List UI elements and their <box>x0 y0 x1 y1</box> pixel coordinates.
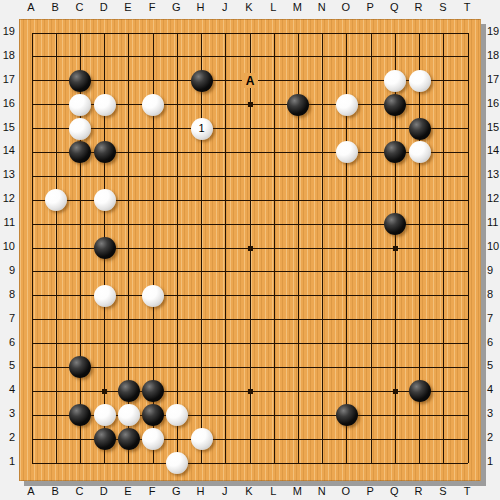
white-stone-R17 <box>409 70 431 92</box>
white-stone-D8 <box>94 285 116 307</box>
coord-label-bottom-H: H <box>191 485 211 498</box>
coord-label-bottom-N: N <box>312 485 332 498</box>
black-stone-O3 <box>336 404 358 426</box>
black-stone-E4 <box>118 380 140 402</box>
coord-label-bottom-K: K <box>239 485 259 498</box>
white-stone-O14 <box>336 141 358 163</box>
black-stone-R4 <box>409 380 431 402</box>
white-stone-D3 <box>94 404 116 426</box>
coord-label-right-12: 12 <box>485 192 500 205</box>
coord-label-right-10: 10 <box>485 240 500 253</box>
star-point <box>248 246 253 251</box>
coord-label-top-D: D <box>94 1 114 14</box>
black-stone-R15 <box>409 118 431 140</box>
coord-label-left-17: 17 <box>0 73 15 86</box>
white-stone-C16 <box>69 94 91 116</box>
coord-label-right-17: 17 <box>485 73 500 86</box>
coord-label-top-R: R <box>409 1 429 14</box>
grid-line <box>371 33 372 463</box>
white-stone-D16 <box>94 94 116 116</box>
coord-label-right-2: 2 <box>485 431 500 444</box>
coord-label-top-Q: Q <box>384 1 404 14</box>
coord-label-right-4: 4 <box>485 383 500 396</box>
coord-label-top-H: H <box>191 1 211 14</box>
coord-label-left-14: 14 <box>0 144 15 157</box>
coord-label-left-10: 10 <box>0 240 15 253</box>
grid-line <box>274 33 275 463</box>
coord-label-top-E: E <box>118 1 138 14</box>
coord-label-bottom-B: B <box>45 485 65 498</box>
coord-label-right-14: 14 <box>485 144 500 157</box>
black-stone-F3 <box>142 404 164 426</box>
coord-label-bottom-G: G <box>166 485 186 498</box>
coord-label-top-A: A <box>21 1 41 14</box>
coord-label-right-9: 9 <box>485 264 500 277</box>
grid-line <box>443 33 444 463</box>
coord-label-top-M: M <box>287 1 307 14</box>
coord-label-left-12: 12 <box>0 192 15 205</box>
coord-label-right-7: 7 <box>485 312 500 325</box>
coord-label-top-L: L <box>263 1 283 14</box>
go-diagram: 1A AABBCCDDEEFFGGHHJJKKLLMMNNOOPPQQRRSST… <box>0 0 500 500</box>
coord-label-top-P: P <box>360 1 380 14</box>
coord-label-left-11: 11 <box>0 216 15 229</box>
black-stone-Q11 <box>384 213 406 235</box>
coord-label-bottom-O: O <box>336 485 356 498</box>
coord-label-bottom-R: R <box>409 485 429 498</box>
white-stone-E3 <box>118 404 140 426</box>
coord-label-left-19: 19 <box>0 25 15 38</box>
coord-label-right-13: 13 <box>485 168 500 181</box>
coord-label-bottom-L: L <box>263 485 283 498</box>
coord-label-left-2: 2 <box>0 431 15 444</box>
coord-label-bottom-T: T <box>457 485 477 498</box>
coord-label-left-5: 5 <box>0 359 15 372</box>
white-stone-Q17 <box>384 70 406 92</box>
white-stone-H2 <box>191 428 213 450</box>
coord-label-left-7: 7 <box>0 312 15 325</box>
coord-label-left-18: 18 <box>0 49 15 62</box>
coord-label-top-C: C <box>69 1 89 14</box>
coord-label-top-B: B <box>45 1 65 14</box>
white-stone-H15: 1 <box>191 118 213 140</box>
coord-label-bottom-P: P <box>360 485 380 498</box>
white-stone-R14 <box>409 141 431 163</box>
black-stone-E2 <box>118 428 140 450</box>
grid-line <box>468 33 469 463</box>
coord-label-bottom-M: M <box>287 485 307 498</box>
coord-label-right-16: 16 <box>485 97 500 110</box>
black-stone-M16 <box>287 94 309 116</box>
white-stone-B12 <box>45 189 67 211</box>
coord-label-right-11: 11 <box>485 216 500 229</box>
coord-label-left-8: 8 <box>0 288 15 301</box>
black-stone-D10 <box>94 237 116 259</box>
coord-label-left-1: 1 <box>0 455 15 468</box>
star-point <box>248 389 253 394</box>
star-point <box>393 246 398 251</box>
white-stone-D12 <box>94 189 116 211</box>
coord-label-top-S: S <box>433 1 453 14</box>
black-stone-F4 <box>142 380 164 402</box>
black-stone-Q14 <box>384 141 406 163</box>
white-stone-F16 <box>142 94 164 116</box>
go-board[interactable]: 1A <box>19 19 481 481</box>
coord-label-top-G: G <box>166 1 186 14</box>
black-stone-Q16 <box>384 94 406 116</box>
coord-label-bottom-A: A <box>21 485 41 498</box>
coord-label-left-13: 13 <box>0 168 15 181</box>
star-point <box>393 389 398 394</box>
move-number-label: 1 <box>199 123 205 134</box>
coord-label-top-J: J <box>215 1 235 14</box>
coord-label-bottom-F: F <box>142 485 162 498</box>
coord-label-bottom-Q: Q <box>384 485 404 498</box>
black-stone-D2 <box>94 428 116 450</box>
coord-label-right-19: 19 <box>485 25 500 38</box>
coord-label-bottom-J: J <box>215 485 235 498</box>
star-point <box>102 389 107 394</box>
coord-label-left-3: 3 <box>0 407 15 420</box>
white-stone-F2 <box>142 428 164 450</box>
white-stone-C15 <box>69 118 91 140</box>
coord-label-bottom-C: C <box>69 485 89 498</box>
coord-label-right-5: 5 <box>485 359 500 372</box>
coord-label-top-T: T <box>457 1 477 14</box>
coord-label-left-16: 16 <box>0 97 15 110</box>
coord-label-right-15: 15 <box>485 121 500 134</box>
coord-label-top-K: K <box>239 1 259 14</box>
white-stone-O16 <box>336 94 358 116</box>
coord-label-bottom-D: D <box>94 485 114 498</box>
star-point <box>248 102 253 107</box>
coord-label-right-8: 8 <box>485 288 500 301</box>
grid-line <box>32 463 468 464</box>
black-stone-C17 <box>69 70 91 92</box>
grid-line <box>322 33 323 463</box>
coord-label-left-15: 15 <box>0 121 15 134</box>
coord-label-bottom-E: E <box>118 485 138 498</box>
white-stone-G1 <box>166 452 188 474</box>
coord-label-top-O: O <box>336 1 356 14</box>
coord-label-top-N: N <box>312 1 332 14</box>
coord-label-bottom-S: S <box>433 485 453 498</box>
coord-label-left-4: 4 <box>0 383 15 396</box>
white-stone-F8 <box>142 285 164 307</box>
white-stone-G3 <box>166 404 188 426</box>
black-stone-C14 <box>69 141 91 163</box>
grid-line <box>32 271 468 272</box>
grid-line <box>32 319 468 320</box>
black-stone-H17 <box>191 70 213 92</box>
black-stone-C5 <box>69 356 91 378</box>
coord-label-left-6: 6 <box>0 336 15 349</box>
black-stone-C3 <box>69 404 91 426</box>
coord-label-right-3: 3 <box>485 407 500 420</box>
coord-label-right-18: 18 <box>485 49 500 62</box>
coord-label-top-F: F <box>142 1 162 14</box>
grid-line <box>32 343 468 344</box>
grid-line <box>32 367 468 368</box>
coord-label-right-1: 1 <box>485 455 500 468</box>
black-stone-D14 <box>94 141 116 163</box>
coord-label-left-9: 9 <box>0 264 15 277</box>
coord-label-right-6: 6 <box>485 336 500 349</box>
point-label-A: A <box>242 73 258 88</box>
